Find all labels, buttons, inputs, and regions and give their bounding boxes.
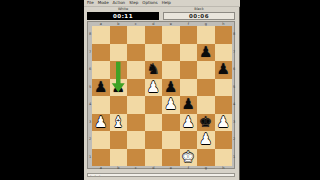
file-label-b-bottom: b: [110, 166, 128, 170]
square-a2[interactable]: [92, 131, 110, 149]
file-label-b-top: b: [110, 22, 128, 26]
square-d4[interactable]: [145, 96, 163, 114]
file-label-d-top: d: [145, 22, 163, 26]
scrollbar-dots: · · ·: [88, 174, 101, 177]
square-g3[interactable]: ♚: [197, 114, 215, 132]
square-e2[interactable]: [162, 131, 180, 149]
square-d8[interactable]: [145, 26, 163, 44]
square-e6[interactable]: [162, 61, 180, 79]
black-knight-d6: ♞: [145, 61, 163, 79]
white-pawn-g2: ♟: [197, 131, 215, 149]
square-h6[interactable]: ♟: [215, 61, 233, 79]
white-pawn-e4: ♟: [162, 96, 180, 114]
rank-label-6-right: 6: [232, 61, 236, 79]
file-label-g-bottom: g: [197, 166, 215, 170]
file-label-c-top: c: [127, 22, 145, 26]
square-b7[interactable]: [110, 44, 128, 62]
square-a1[interactable]: [92, 149, 110, 167]
file-label-h-bottom: h: [215, 166, 233, 170]
white-pawn-a3: ♟: [92, 114, 110, 132]
square-f4[interactable]: ♟: [180, 96, 198, 114]
square-h8[interactable]: [215, 26, 233, 44]
chess-gui-window: FileModeActionStepOptionsHelp White Blac…: [84, 0, 240, 180]
board-frame: aabbccddeeffgghh8877665544332211 ♟♞♟♟♟♟♟…: [87, 21, 235, 169]
white-bishop-b3: ♝: [110, 114, 128, 132]
rank-label-4-right: 4: [232, 96, 236, 114]
bottom-scrollbar[interactable]: · · ·: [87, 173, 235, 177]
file-label-d-bottom: d: [145, 166, 163, 170]
white-pawn-f3: ♟: [180, 114, 198, 132]
square-d3[interactable]: [145, 114, 163, 132]
menu-help[interactable]: Help: [162, 0, 171, 6]
white-pawn-d5: ♟: [145, 79, 163, 97]
file-label-h-top: h: [215, 22, 233, 26]
letterbox-left: [0, 0, 84, 180]
black-pawn-g7: ♟: [197, 44, 215, 62]
file-label-f-bottom: f: [180, 166, 198, 170]
square-g4[interactable]: [197, 96, 215, 114]
rank-label-2-right: 2: [232, 131, 236, 149]
square-e1[interactable]: [162, 149, 180, 167]
square-h5[interactable]: [215, 79, 233, 97]
rank-label-7-right: 7: [232, 44, 236, 62]
square-a4[interactable]: [92, 96, 110, 114]
white-king-f1: ♚: [180, 149, 198, 167]
square-f5[interactable]: [180, 79, 198, 97]
square-g5[interactable]: [197, 79, 215, 97]
square-e8[interactable]: [162, 26, 180, 44]
square-g8[interactable]: [197, 26, 215, 44]
square-c3[interactable]: [127, 114, 145, 132]
menu-options[interactable]: Options: [142, 0, 157, 6]
rank-label-1-right: 1: [232, 149, 236, 167]
menu-step[interactable]: Step: [129, 0, 138, 6]
black-pawn-h6: ♟: [215, 61, 233, 79]
file-label-c-bottom: c: [127, 166, 145, 170]
square-c6[interactable]: [127, 61, 145, 79]
square-d6[interactable]: ♞: [145, 61, 163, 79]
square-b4[interactable]: [110, 96, 128, 114]
square-b8[interactable]: [110, 26, 128, 44]
square-e5[interactable]: ♟: [162, 79, 180, 97]
square-a3[interactable]: ♟: [92, 114, 110, 132]
menu-file[interactable]: File: [87, 0, 94, 6]
file-label-a-top: a: [92, 22, 110, 26]
square-d7[interactable]: [145, 44, 163, 62]
square-b5[interactable]: ♟: [110, 79, 128, 97]
square-c7[interactable]: [127, 44, 145, 62]
square-f3[interactable]: ♟: [180, 114, 198, 132]
video-frame: FileModeActionStepOptionsHelp White Blac…: [0, 0, 320, 180]
menu-bar: FileModeActionStepOptionsHelp: [84, 0, 240, 7]
file-label-a-bottom: a: [92, 166, 110, 170]
rank-label-8-right: 8: [232, 26, 236, 44]
square-d2[interactable]: [145, 131, 163, 149]
square-c1[interactable]: [127, 149, 145, 167]
square-g1[interactable]: [197, 149, 215, 167]
square-e4[interactable]: ♟: [162, 96, 180, 114]
square-a7[interactable]: [92, 44, 110, 62]
white-pawn-h3: ♟: [215, 114, 233, 132]
square-h1[interactable]: [215, 149, 233, 167]
square-e7[interactable]: [162, 44, 180, 62]
square-g7[interactable]: ♟: [197, 44, 215, 62]
white-clock: 00:11: [87, 12, 159, 20]
file-label-g-top: g: [197, 22, 215, 26]
square-f8[interactable]: [180, 26, 198, 44]
square-b6[interactable]: [110, 61, 128, 79]
square-a6[interactable]: [92, 61, 110, 79]
black-pawn-a5: ♟: [92, 79, 110, 97]
chess-board: ♟♞♟♟♟♟♟♟♟♟♝♟♚♟♟♚: [92, 26, 232, 166]
square-b2[interactable]: [110, 131, 128, 149]
file-label-f-top: f: [180, 22, 198, 26]
black-pawn-f4: ♟: [180, 96, 198, 114]
file-label-e-top: e: [162, 22, 180, 26]
square-h3[interactable]: ♟: [215, 114, 233, 132]
black-clock: 00:06: [163, 12, 235, 20]
square-a5[interactable]: ♟: [92, 79, 110, 97]
white-player-label: White: [87, 7, 159, 11]
square-h4[interactable]: [215, 96, 233, 114]
square-g2[interactable]: ♟: [197, 131, 215, 149]
square-f2[interactable]: [180, 131, 198, 149]
square-c5[interactable]: [127, 79, 145, 97]
square-c8[interactable]: [127, 26, 145, 44]
black-player-label: Black: [163, 7, 235, 11]
square-f6[interactable]: [180, 61, 198, 79]
menu-action[interactable]: Action: [113, 0, 126, 6]
rank-label-5-right: 5: [232, 79, 236, 97]
square-h7[interactable]: [215, 44, 233, 62]
square-d5[interactable]: ♟: [145, 79, 163, 97]
file-label-e-bottom: e: [162, 166, 180, 170]
square-g6[interactable]: [197, 61, 215, 79]
menu-mode[interactable]: Mode: [98, 0, 109, 6]
square-c4[interactable]: [127, 96, 145, 114]
black-pawn-b5: ♟: [110, 79, 128, 97]
square-f1[interactable]: ♚: [180, 149, 198, 167]
square-b1[interactable]: [110, 149, 128, 167]
square-a8[interactable]: [92, 26, 110, 44]
black-king-g3: ♚: [197, 114, 215, 132]
square-c2[interactable]: [127, 131, 145, 149]
square-b3[interactable]: ♝: [110, 114, 128, 132]
black-pawn-e5: ♟: [162, 79, 180, 97]
square-h2[interactable]: [215, 131, 233, 149]
letterbox-right: [241, 0, 320, 180]
square-e3[interactable]: [162, 114, 180, 132]
rank-label-3-right: 3: [232, 114, 236, 132]
square-f7[interactable]: [180, 44, 198, 62]
square-d1[interactable]: [145, 149, 163, 167]
